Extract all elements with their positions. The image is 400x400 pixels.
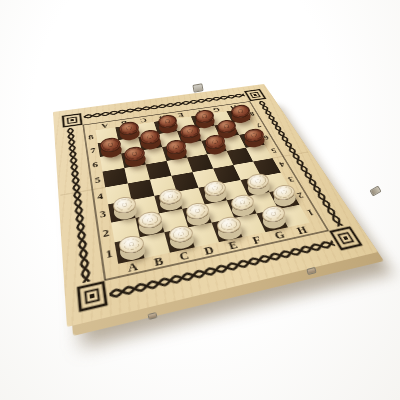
piece-white-f2[interactable] xyxy=(230,193,255,211)
piece-white-a1[interactable] xyxy=(118,234,145,254)
piece-brown-d6[interactable] xyxy=(165,139,187,156)
piece-white-b2[interactable] xyxy=(137,210,163,229)
pieces-layer xyxy=(0,0,400,400)
piece-brown-h6[interactable] xyxy=(243,128,264,144)
piece-brown-f6[interactable] xyxy=(205,133,227,149)
piece-brown-e7[interactable] xyxy=(179,123,200,139)
photo-backdrop: ABCDEFGH ABCDEFGH 87654321 87654321 xyxy=(0,0,400,400)
piece-white-c3[interactable] xyxy=(158,188,183,206)
piece-white-c1[interactable] xyxy=(168,224,194,244)
piece-white-g3[interactable] xyxy=(246,173,270,191)
piece-white-a3[interactable] xyxy=(112,196,137,215)
piece-brown-b8[interactable] xyxy=(118,120,139,136)
piece-brown-h8[interactable] xyxy=(230,104,250,119)
piece-brown-g7[interactable] xyxy=(216,118,237,134)
piece-brown-f8[interactable] xyxy=(194,109,215,124)
piece-white-g1[interactable] xyxy=(261,205,286,224)
piece-white-e1[interactable] xyxy=(216,215,242,234)
piece-brown-a7[interactable] xyxy=(99,136,121,153)
piece-brown-c7[interactable] xyxy=(139,129,161,145)
piece-brown-b6[interactable] xyxy=(124,145,147,162)
piece-white-h2[interactable] xyxy=(272,184,296,202)
piece-brown-d8[interactable] xyxy=(157,114,178,130)
piece-white-e3[interactable] xyxy=(203,180,227,198)
piece-white-d2[interactable] xyxy=(185,201,210,220)
